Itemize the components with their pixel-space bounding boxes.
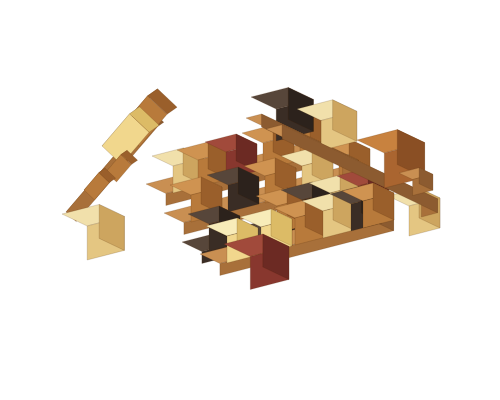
product-photo — [0, 0, 500, 400]
loose-piece-end-cube — [62, 204, 124, 260]
wooden-puzzle-render — [0, 0, 500, 400]
